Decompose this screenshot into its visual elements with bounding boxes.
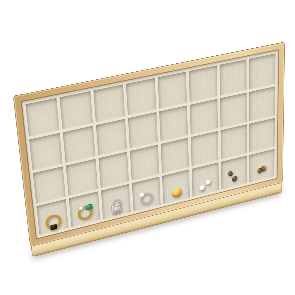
compartment[interactable] [132,176,161,211]
compartment[interactable] [126,78,156,115]
compartment[interactable] [220,124,246,159]
compartment[interactable] [249,149,274,183]
tray-wood-frame [13,42,285,247]
compartment[interactable] [130,145,159,181]
jewelry-tray [13,42,284,246]
compartment[interactable] [162,169,190,204]
tray-lining [22,50,278,238]
compartment[interactable] [159,105,188,141]
gold-ring-green-stone[interactable] [77,205,93,222]
compartment[interactable] [161,138,189,173]
compartment[interactable] [192,162,219,196]
compartment[interactable] [249,86,275,121]
compartment[interactable] [249,118,275,152]
compartment[interactable] [69,191,100,227]
compartment[interactable] [249,53,275,89]
pearl-stud-earrings[interactable] [199,179,212,191]
product-photo [0,0,295,295]
compartment[interactable] [33,166,66,203]
compartment[interactable] [101,184,131,219]
compartment[interactable] [36,199,68,235]
silver-ring-crystal[interactable] [111,203,121,215]
silver-ring-pearl[interactable] [140,192,153,206]
amber-cabochon[interactable] [172,187,182,198]
bronze-brooch[interactable] [257,165,266,174]
compartment[interactable] [219,59,246,95]
marcasite-earrings[interactable] [227,169,238,183]
compartment[interactable] [29,133,62,171]
compartment[interactable] [25,98,59,136]
compartment[interactable] [96,119,127,156]
compartment[interactable] [63,126,95,163]
compartment[interactable] [158,72,187,109]
compartment[interactable] [190,99,218,135]
compartment[interactable] [128,112,158,148]
tray-grid [22,50,278,238]
compartment[interactable] [93,84,125,122]
compartment[interactable] [221,155,247,189]
gold-ring-black-stone[interactable] [45,213,62,230]
compartment[interactable] [60,91,93,129]
compartment[interactable] [191,131,218,166]
compartment[interactable] [189,65,217,101]
compartment[interactable] [66,159,98,196]
compartment[interactable] [98,152,129,188]
compartment[interactable] [220,92,247,127]
